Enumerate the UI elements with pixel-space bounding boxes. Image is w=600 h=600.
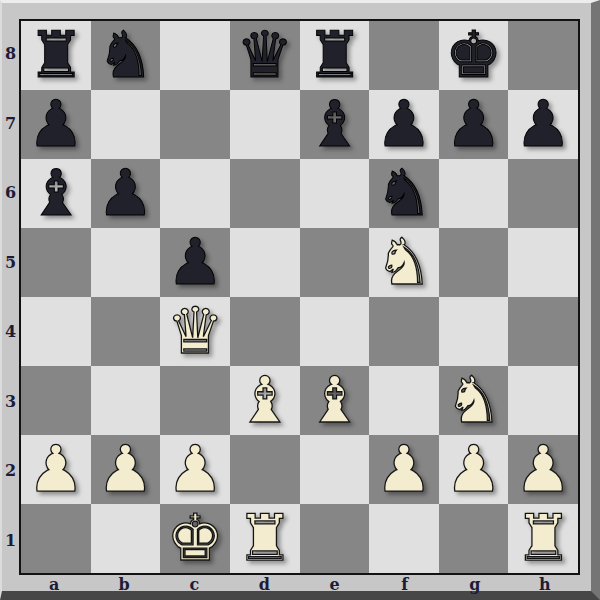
square-b6[interactable]: ♟: [91, 159, 161, 228]
square-g4[interactable]: [439, 297, 509, 366]
square-a4[interactable]: [21, 297, 91, 366]
white-pawn[interactable]: ♟: [375, 435, 432, 504]
rank-label-8: 8: [2, 19, 19, 89]
square-f4[interactable]: [369, 297, 439, 366]
square-f7[interactable]: ♟: [369, 90, 439, 159]
square-d8[interactable]: ♛: [230, 21, 300, 90]
square-g3[interactable]: ♞: [439, 366, 509, 435]
black-pawn[interactable]: ♟: [515, 90, 572, 159]
square-c4[interactable]: ♛: [160, 297, 230, 366]
square-g6[interactable]: [439, 159, 509, 228]
square-e6[interactable]: [300, 159, 370, 228]
square-c3[interactable]: [160, 366, 230, 435]
square-a8[interactable]: ♜: [21, 21, 91, 90]
square-f8[interactable]: [369, 21, 439, 90]
black-pawn[interactable]: ♟: [375, 90, 432, 159]
square-g2[interactable]: ♟: [439, 435, 509, 504]
square-e8[interactable]: ♜: [300, 21, 370, 90]
black-rook[interactable]: ♜: [27, 21, 84, 90]
white-pawn[interactable]: ♟: [166, 435, 223, 504]
rank-label-1: 1: [2, 506, 19, 576]
square-e2[interactable]: [300, 435, 370, 504]
square-a6[interactable]: ♝: [21, 159, 91, 228]
square-g5[interactable]: [439, 228, 509, 297]
square-f6[interactable]: ♞: [369, 159, 439, 228]
square-c7[interactable]: [160, 90, 230, 159]
square-d2[interactable]: [230, 435, 300, 504]
square-a7[interactable]: ♟: [21, 90, 91, 159]
rank-label-6: 6: [2, 158, 19, 228]
white-knight[interactable]: ♞: [375, 228, 432, 297]
black-bishop[interactable]: ♝: [27, 159, 84, 228]
square-d1[interactable]: ♜: [230, 504, 300, 573]
rank-label-2: 2: [2, 436, 19, 506]
white-knight[interactable]: ♞: [445, 366, 502, 435]
square-f3[interactable]: [369, 366, 439, 435]
square-c5[interactable]: ♟: [160, 228, 230, 297]
square-h6[interactable]: [508, 159, 578, 228]
square-c8[interactable]: [160, 21, 230, 90]
rank-label-4: 4: [2, 297, 19, 367]
white-pawn[interactable]: ♟: [515, 435, 572, 504]
file-labels: abcdefgh: [19, 575, 580, 592]
white-pawn[interactable]: ♟: [97, 435, 154, 504]
black-queen[interactable]: ♛: [236, 21, 293, 90]
square-h4[interactable]: [508, 297, 578, 366]
file-label-h: h: [510, 575, 580, 594]
square-b5[interactable]: [91, 228, 161, 297]
square-b4[interactable]: [91, 297, 161, 366]
rank-label-7: 7: [2, 89, 19, 159]
square-d5[interactable]: [230, 228, 300, 297]
white-rook[interactable]: ♜: [515, 504, 572, 573]
black-knight[interactable]: ♞: [97, 21, 154, 90]
square-c2[interactable]: ♟: [160, 435, 230, 504]
square-f5[interactable]: ♞: [369, 228, 439, 297]
square-b3[interactable]: [91, 366, 161, 435]
square-g7[interactable]: ♟: [439, 90, 509, 159]
black-pawn[interactable]: ♟: [445, 90, 502, 159]
file-label-c: c: [159, 575, 229, 594]
black-pawn[interactable]: ♟: [97, 159, 154, 228]
square-d6[interactable]: [230, 159, 300, 228]
square-b8[interactable]: ♞: [91, 21, 161, 90]
square-c6[interactable]: [160, 159, 230, 228]
chess-diagram-frame: 87654321 ♜♞♛♜♚♟♝♟♟♟♝♟♞♟♞♛♝♝♞♟♟♟♟♟♟♚♜♜ ab…: [0, 0, 600, 600]
square-a1[interactable]: [21, 504, 91, 573]
file-label-e: e: [300, 575, 370, 594]
square-h8[interactable]: [508, 21, 578, 90]
file-label-b: b: [89, 575, 159, 594]
square-h7[interactable]: ♟: [508, 90, 578, 159]
file-label-a: a: [19, 575, 89, 594]
square-d3[interactable]: ♝: [230, 366, 300, 435]
square-a3[interactable]: [21, 366, 91, 435]
square-f1[interactable]: [369, 504, 439, 573]
square-a2[interactable]: ♟: [21, 435, 91, 504]
square-b1[interactable]: [91, 504, 161, 573]
black-rook[interactable]: ♜: [306, 21, 363, 90]
square-h1[interactable]: ♜: [508, 504, 578, 573]
square-h3[interactable]: [508, 366, 578, 435]
rank-label-5: 5: [2, 228, 19, 298]
square-f2[interactable]: ♟: [369, 435, 439, 504]
square-e4[interactable]: [300, 297, 370, 366]
white-rook[interactable]: ♜: [236, 504, 293, 573]
square-g1[interactable]: [439, 504, 509, 573]
square-b2[interactable]: ♟: [91, 435, 161, 504]
square-b7[interactable]: [91, 90, 161, 159]
chess-board: ♜♞♛♜♚♟♝♟♟♟♝♟♞♟♞♛♝♝♞♟♟♟♟♟♟♚♜♜: [19, 19, 580, 575]
file-label-d: d: [229, 575, 299, 594]
square-e3[interactable]: ♝: [300, 366, 370, 435]
square-e7[interactable]: ♝: [300, 90, 370, 159]
square-h2[interactable]: ♟: [508, 435, 578, 504]
square-a5[interactable]: [21, 228, 91, 297]
white-bishop[interactable]: ♝: [306, 366, 363, 435]
white-bishop[interactable]: ♝: [236, 366, 293, 435]
black-pawn[interactable]: ♟: [166, 228, 223, 297]
square-e1[interactable]: [300, 504, 370, 573]
black-knight[interactable]: ♞: [375, 159, 432, 228]
file-label-f: f: [370, 575, 440, 594]
square-h5[interactable]: [508, 228, 578, 297]
rank-labels: 87654321: [2, 19, 19, 575]
square-d4[interactable]: [230, 297, 300, 366]
square-g8[interactable]: ♚: [439, 21, 509, 90]
file-label-g: g: [440, 575, 510, 594]
white-queen[interactable]: ♛: [166, 297, 223, 366]
white-king[interactable]: ♚: [166, 504, 223, 573]
square-e5[interactable]: [300, 228, 370, 297]
white-pawn[interactable]: ♟: [445, 435, 502, 504]
black-pawn[interactable]: ♟: [27, 90, 84, 159]
rank-label-3: 3: [2, 367, 19, 437]
black-king[interactable]: ♚: [445, 21, 502, 90]
white-pawn[interactable]: ♟: [27, 435, 84, 504]
black-bishop[interactable]: ♝: [306, 90, 363, 159]
square-d7[interactable]: [230, 90, 300, 159]
square-c1[interactable]: ♚: [160, 504, 230, 573]
